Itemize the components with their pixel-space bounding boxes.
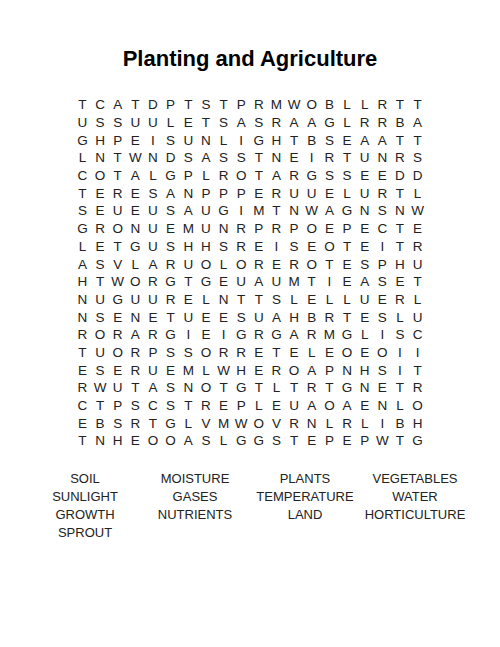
grid-cell[interactable]: O: [127, 273, 145, 291]
grid-cell[interactable]: R: [409, 238, 427, 256]
grid-cell[interactable]: N: [356, 379, 374, 397]
grid-cell[interactable]: P: [162, 96, 180, 114]
grid-cell[interactable]: H: [409, 414, 427, 432]
grid-cell[interactable]: P: [250, 220, 268, 238]
grid-cell[interactable]: S: [409, 149, 427, 167]
grid-cell[interactable]: T: [127, 96, 145, 114]
grid-cell[interactable]: T: [391, 184, 409, 202]
grid-cell[interactable]: G: [127, 238, 145, 256]
grid-cell[interactable]: U: [268, 273, 286, 291]
grid-cell[interactable]: T: [391, 379, 409, 397]
grid-cell[interactable]: E: [373, 167, 391, 185]
grid-cell[interactable]: G: [232, 379, 250, 397]
grid-cell[interactable]: N: [74, 308, 92, 326]
grid-cell[interactable]: O: [338, 344, 356, 362]
grid-cell[interactable]: R: [285, 414, 303, 432]
grid-cell[interactable]: S: [391, 326, 409, 344]
grid-cell[interactable]: H: [74, 273, 92, 291]
grid-cell[interactable]: A: [162, 184, 180, 202]
grid-cell[interactable]: G: [162, 167, 180, 185]
grid-cell[interactable]: O: [409, 397, 427, 415]
grid-cell[interactable]: O: [197, 255, 215, 273]
grid-cell[interactable]: W: [232, 414, 250, 432]
grid-cell[interactable]: E: [127, 184, 145, 202]
grid-cell[interactable]: G: [232, 326, 250, 344]
grid-cell[interactable]: R: [162, 255, 180, 273]
grid-cell[interactable]: H: [285, 308, 303, 326]
grid-cell[interactable]: R: [391, 291, 409, 309]
grid-cell[interactable]: A: [373, 131, 391, 149]
grid-cell[interactable]: M: [268, 96, 286, 114]
grid-cell[interactable]: U: [356, 291, 374, 309]
grid-cell[interactable]: R: [162, 291, 180, 309]
grid-cell[interactable]: R: [321, 149, 339, 167]
grid-cell[interactable]: P: [144, 344, 162, 362]
grid-cell[interactable]: A: [127, 167, 145, 185]
grid-cell[interactable]: O: [321, 397, 339, 415]
grid-cell[interactable]: T: [321, 379, 339, 397]
grid-cell[interactable]: T: [250, 167, 268, 185]
grid-cell[interactable]: P: [109, 131, 127, 149]
grid-cell[interactable]: N: [215, 220, 233, 238]
grid-cell[interactable]: S: [179, 344, 197, 362]
grid-cell[interactable]: T: [91, 397, 109, 415]
grid-cell[interactable]: L: [74, 238, 92, 256]
grid-cell[interactable]: R: [215, 167, 233, 185]
grid-cell[interactable]: O: [303, 96, 321, 114]
grid-cell[interactable]: T: [250, 379, 268, 397]
grid-cell[interactable]: I: [321, 273, 339, 291]
grid-cell[interactable]: U: [144, 291, 162, 309]
grid-cell[interactable]: E: [215, 308, 233, 326]
grid-cell[interactable]: S: [232, 308, 250, 326]
grid-cell[interactable]: S: [91, 361, 109, 379]
grid-cell[interactable]: E: [356, 308, 374, 326]
grid-cell[interactable]: O: [162, 432, 180, 450]
grid-cell[interactable]: S: [321, 167, 339, 185]
grid-cell[interactable]: G: [338, 202, 356, 220]
grid-cell[interactable]: R: [74, 326, 92, 344]
grid-cell[interactable]: I: [391, 344, 409, 362]
grid-cell[interactable]: S: [373, 202, 391, 220]
grid-cell[interactable]: R: [215, 344, 233, 362]
grid-cell[interactable]: H: [268, 131, 286, 149]
grid-cell[interactable]: L: [391, 308, 409, 326]
grid-cell[interactable]: O: [91, 167, 109, 185]
grid-cell[interactable]: R: [197, 397, 215, 415]
grid-cell[interactable]: O: [285, 361, 303, 379]
grid-cell[interactable]: S: [162, 131, 180, 149]
grid-cell[interactable]: G: [109, 291, 127, 309]
grid-cell[interactable]: L: [356, 326, 374, 344]
grid-cell[interactable]: A: [179, 432, 197, 450]
grid-cell[interactable]: E: [144, 308, 162, 326]
grid-cell[interactable]: V: [109, 255, 127, 273]
grid-cell[interactable]: L: [338, 114, 356, 132]
grid-cell[interactable]: E: [179, 291, 197, 309]
grid-cell[interactable]: E: [215, 397, 233, 415]
grid-cell[interactable]: T: [285, 131, 303, 149]
grid-cell[interactable]: P: [109, 397, 127, 415]
grid-cell[interactable]: L: [409, 184, 427, 202]
grid-cell[interactable]: S: [144, 184, 162, 202]
grid-cell[interactable]: E: [162, 361, 180, 379]
grid-cell[interactable]: T: [268, 202, 286, 220]
grid-cell[interactable]: R: [356, 114, 374, 132]
grid-cell[interactable]: T: [179, 397, 197, 415]
grid-cell[interactable]: N: [356, 202, 374, 220]
grid-cell[interactable]: P: [321, 432, 339, 450]
grid-cell[interactable]: I: [373, 326, 391, 344]
grid-cell[interactable]: A: [268, 308, 286, 326]
grid-cell[interactable]: S: [250, 114, 268, 132]
grid-cell[interactable]: T: [74, 184, 92, 202]
grid-cell[interactable]: E: [356, 220, 374, 238]
grid-cell[interactable]: R: [373, 114, 391, 132]
grid-cell[interactable]: N: [91, 432, 109, 450]
grid-cell[interactable]: H: [197, 238, 215, 256]
grid-cell[interactable]: S: [232, 149, 250, 167]
grid-cell[interactable]: P: [197, 184, 215, 202]
grid-cell[interactable]: H: [91, 131, 109, 149]
grid-cell[interactable]: R: [268, 220, 286, 238]
grid-cell[interactable]: L: [321, 414, 339, 432]
grid-cell[interactable]: T: [127, 379, 145, 397]
grid-cell[interactable]: T: [409, 131, 427, 149]
grid-cell[interactable]: G: [338, 326, 356, 344]
grid-cell[interactable]: A: [268, 167, 286, 185]
grid-cell[interactable]: L: [321, 291, 339, 309]
grid-cell[interactable]: E: [250, 184, 268, 202]
grid-cell[interactable]: U: [179, 131, 197, 149]
grid-cell[interactable]: W: [285, 96, 303, 114]
grid-cell[interactable]: H: [356, 361, 374, 379]
grid-cell[interactable]: W: [409, 202, 427, 220]
grid-cell[interactable]: T: [391, 238, 409, 256]
grid-cell[interactable]: I: [232, 202, 250, 220]
grid-cell[interactable]: O: [144, 432, 162, 450]
grid-cell[interactable]: U: [179, 308, 197, 326]
grid-cell[interactable]: P: [356, 432, 374, 450]
grid-cell[interactable]: U: [144, 114, 162, 132]
grid-cell[interactable]: E: [109, 308, 127, 326]
grid-cell[interactable]: M: [321, 326, 339, 344]
grid-cell[interactable]: E: [338, 255, 356, 273]
grid-cell[interactable]: V: [197, 414, 215, 432]
grid-cell[interactable]: E: [338, 432, 356, 450]
grid-cell[interactable]: U: [144, 220, 162, 238]
grid-cell[interactable]: T: [268, 344, 286, 362]
grid-cell[interactable]: O: [197, 344, 215, 362]
grid-cell[interactable]: R: [391, 149, 409, 167]
grid-cell[interactable]: B: [391, 414, 409, 432]
grid-cell[interactable]: U: [127, 114, 145, 132]
grid-cell[interactable]: M: [285, 273, 303, 291]
grid-cell[interactable]: T: [91, 273, 109, 291]
grid-cell[interactable]: L: [409, 291, 427, 309]
grid-cell[interactable]: O: [321, 238, 339, 256]
grid-cell[interactable]: G: [250, 131, 268, 149]
grid-cell[interactable]: B: [391, 114, 409, 132]
grid-cell[interactable]: H: [109, 432, 127, 450]
grid-cell[interactable]: E: [250, 238, 268, 256]
grid-cell[interactable]: U: [356, 149, 374, 167]
grid-cell[interactable]: M: [179, 220, 197, 238]
grid-cell[interactable]: G: [162, 414, 180, 432]
grid-cell[interactable]: T: [215, 379, 233, 397]
grid-cell[interactable]: R: [250, 96, 268, 114]
grid-cell[interactable]: E: [373, 379, 391, 397]
grid-cell[interactable]: H: [391, 255, 409, 273]
grid-cell[interactable]: T: [409, 361, 427, 379]
grid-cell[interactable]: R: [250, 255, 268, 273]
grid-cell[interactable]: N: [268, 149, 286, 167]
grid-cell[interactable]: T: [285, 379, 303, 397]
grid-cell[interactable]: S: [197, 432, 215, 450]
grid-cell[interactable]: C: [409, 326, 427, 344]
grid-cell[interactable]: A: [250, 273, 268, 291]
grid-cell[interactable]: R: [268, 114, 286, 132]
grid-cell[interactable]: T: [338, 308, 356, 326]
grid-cell[interactable]: L: [391, 397, 409, 415]
grid-cell[interactable]: A: [356, 273, 374, 291]
grid-cell[interactable]: T: [109, 167, 127, 185]
grid-cell[interactable]: E: [91, 238, 109, 256]
grid-cell[interactable]: I: [409, 344, 427, 362]
grid-cell[interactable]: R: [250, 326, 268, 344]
grid-cell[interactable]: D: [391, 167, 409, 185]
grid-cell[interactable]: U: [91, 291, 109, 309]
grid-cell[interactable]: P: [232, 184, 250, 202]
grid-cell[interactable]: E: [127, 202, 145, 220]
grid-cell[interactable]: S: [109, 114, 127, 132]
grid-cell[interactable]: G: [74, 131, 92, 149]
grid-cell[interactable]: R: [285, 255, 303, 273]
grid-cell[interactable]: N: [127, 220, 145, 238]
grid-cell[interactable]: E: [409, 220, 427, 238]
grid-cell[interactable]: S: [127, 397, 145, 415]
grid-cell[interactable]: U: [179, 255, 197, 273]
grid-cell[interactable]: M: [179, 361, 197, 379]
grid-cell[interactable]: S: [373, 308, 391, 326]
grid-cell[interactable]: T: [162, 308, 180, 326]
grid-cell[interactable]: A: [321, 202, 339, 220]
grid-cell[interactable]: S: [162, 379, 180, 397]
grid-cell[interactable]: T: [215, 96, 233, 114]
grid-cell[interactable]: R: [144, 273, 162, 291]
grid-cell[interactable]: S: [215, 114, 233, 132]
grid-cell[interactable]: B: [91, 414, 109, 432]
grid-cell[interactable]: S: [285, 238, 303, 256]
grid-cell[interactable]: L: [338, 291, 356, 309]
grid-cell[interactable]: R: [127, 344, 145, 362]
grid-cell[interactable]: P: [285, 220, 303, 238]
grid-cell[interactable]: S: [321, 131, 339, 149]
grid-cell[interactable]: R: [144, 326, 162, 344]
grid-cell[interactable]: E: [338, 273, 356, 291]
grid-cell[interactable]: I: [179, 326, 197, 344]
grid-cell[interactable]: E: [91, 202, 109, 220]
grid-cell[interactable]: T: [250, 149, 268, 167]
grid-cell[interactable]: N: [179, 379, 197, 397]
grid-cell[interactable]: N: [91, 149, 109, 167]
grid-cell[interactable]: I: [391, 361, 409, 379]
grid-cell[interactable]: O: [232, 167, 250, 185]
grid-cell[interactable]: R: [373, 184, 391, 202]
grid-cell[interactable]: C: [91, 96, 109, 114]
grid-cell[interactable]: S: [162, 238, 180, 256]
grid-cell[interactable]: T: [144, 414, 162, 432]
grid-cell[interactable]: L: [127, 255, 145, 273]
grid-cell[interactable]: D: [144, 96, 162, 114]
grid-cell[interactable]: N: [373, 397, 391, 415]
grid-cell[interactable]: C: [373, 220, 391, 238]
grid-cell[interactable]: E: [109, 361, 127, 379]
grid-cell[interactable]: R: [409, 379, 427, 397]
grid-cell[interactable]: A: [409, 114, 427, 132]
grid-cell[interactable]: O: [91, 326, 109, 344]
grid-cell[interactable]: R: [127, 414, 145, 432]
grid-cell[interactable]: R: [91, 220, 109, 238]
grid-cell[interactable]: E: [127, 131, 145, 149]
grid-cell[interactable]: R: [232, 344, 250, 362]
grid-cell[interactable]: H: [179, 238, 197, 256]
grid-cell[interactable]: A: [303, 114, 321, 132]
grid-cell[interactable]: A: [356, 131, 374, 149]
grid-cell[interactable]: A: [285, 114, 303, 132]
grid-cell[interactable]: E: [373, 291, 391, 309]
grid-cell[interactable]: R: [285, 167, 303, 185]
grid-cell[interactable]: T: [338, 149, 356, 167]
grid-cell[interactable]: W: [109, 273, 127, 291]
grid-cell[interactable]: T: [179, 96, 197, 114]
grid-cell[interactable]: S: [373, 273, 391, 291]
grid-cell[interactable]: U: [250, 308, 268, 326]
grid-cell[interactable]: T: [391, 131, 409, 149]
grid-cell[interactable]: R: [109, 326, 127, 344]
grid-cell[interactable]: T: [179, 273, 197, 291]
grid-cell[interactable]: R: [268, 184, 286, 202]
grid-cell[interactable]: N: [373, 149, 391, 167]
grid-cell[interactable]: P: [179, 167, 197, 185]
grid-cell[interactable]: E: [338, 131, 356, 149]
grid-cell[interactable]: E: [356, 397, 374, 415]
grid-cell[interactable]: L: [179, 414, 197, 432]
grid-cell[interactable]: N: [127, 308, 145, 326]
grid-cell[interactable]: S: [162, 344, 180, 362]
grid-cell[interactable]: T: [409, 273, 427, 291]
grid-cell[interactable]: R: [127, 361, 145, 379]
grid-cell[interactable]: N: [391, 202, 409, 220]
grid-cell[interactable]: E: [391, 273, 409, 291]
grid-cell[interactable]: O: [197, 379, 215, 397]
grid-cell[interactable]: R: [232, 220, 250, 238]
grid-cell[interactable]: E: [321, 184, 339, 202]
grid-cell[interactable]: L: [338, 96, 356, 114]
grid-cell[interactable]: E: [356, 238, 374, 256]
grid-cell[interactable]: A: [303, 361, 321, 379]
grid-cell[interactable]: U: [409, 255, 427, 273]
grid-cell[interactable]: A: [109, 96, 127, 114]
grid-cell[interactable]: E: [127, 432, 145, 450]
grid-cell[interactable]: O: [373, 344, 391, 362]
grid-cell[interactable]: A: [338, 397, 356, 415]
grid-cell[interactable]: G: [321, 114, 339, 132]
grid-cell[interactable]: R: [338, 414, 356, 432]
grid-cell[interactable]: L: [215, 131, 233, 149]
grid-cell[interactable]: W: [127, 149, 145, 167]
grid-cell[interactable]: T: [391, 220, 409, 238]
grid-cell[interactable]: P: [232, 397, 250, 415]
grid-cell[interactable]: E: [303, 238, 321, 256]
grid-cell[interactable]: G: [250, 432, 268, 450]
grid-cell[interactable]: G: [197, 273, 215, 291]
grid-cell[interactable]: S: [215, 149, 233, 167]
grid-cell[interactable]: H: [232, 361, 250, 379]
grid-cell[interactable]: R: [74, 379, 92, 397]
grid-cell[interactable]: E: [303, 432, 321, 450]
grid-cell[interactable]: U: [109, 379, 127, 397]
grid-cell[interactable]: R: [321, 308, 339, 326]
grid-cell[interactable]: E: [74, 414, 92, 432]
grid-cell[interactable]: T: [232, 291, 250, 309]
grid-cell[interactable]: T: [285, 432, 303, 450]
grid-cell[interactable]: T: [74, 96, 92, 114]
grid-cell[interactable]: L: [215, 255, 233, 273]
grid-cell[interactable]: A: [127, 326, 145, 344]
grid-cell[interactable]: O: [303, 255, 321, 273]
grid-cell[interactable]: T: [321, 255, 339, 273]
grid-cell[interactable]: W: [215, 361, 233, 379]
grid-cell[interactable]: E: [215, 273, 233, 291]
grid-cell[interactable]: E: [197, 308, 215, 326]
grid-cell[interactable]: E: [162, 220, 180, 238]
grid-cell[interactable]: T: [109, 149, 127, 167]
grid-cell[interactable]: S: [179, 149, 197, 167]
grid-cell[interactable]: L: [197, 167, 215, 185]
grid-cell[interactable]: L: [356, 414, 374, 432]
grid-cell[interactable]: T: [338, 238, 356, 256]
grid-cell[interactable]: U: [144, 361, 162, 379]
grid-cell[interactable]: N: [197, 131, 215, 149]
grid-cell[interactable]: N: [144, 149, 162, 167]
grid-cell[interactable]: S: [162, 202, 180, 220]
grid-cell[interactable]: E: [321, 344, 339, 362]
grid-cell[interactable]: S: [162, 397, 180, 415]
grid-cell[interactable]: E: [91, 184, 109, 202]
grid-cell[interactable]: U: [409, 308, 427, 326]
grid-cell[interactable]: E: [197, 326, 215, 344]
grid-cell[interactable]: R: [373, 96, 391, 114]
grid-cell[interactable]: M: [215, 414, 233, 432]
grid-cell[interactable]: C: [74, 167, 92, 185]
grid-cell[interactable]: N: [179, 184, 197, 202]
grid-cell[interactable]: B: [303, 131, 321, 149]
grid-cell[interactable]: A: [303, 397, 321, 415]
grid-cell[interactable]: U: [127, 291, 145, 309]
grid-cell[interactable]: A: [179, 202, 197, 220]
grid-cell[interactable]: U: [197, 220, 215, 238]
grid-cell[interactable]: E: [268, 397, 286, 415]
grid-cell[interactable]: E: [285, 149, 303, 167]
grid-cell[interactable]: A: [74, 255, 92, 273]
grid-cell[interactable]: A: [197, 149, 215, 167]
grid-cell[interactable]: E: [303, 291, 321, 309]
grid-cell[interactable]: N: [338, 361, 356, 379]
grid-cell[interactable]: O: [109, 220, 127, 238]
grid-cell[interactable]: L: [250, 397, 268, 415]
grid-cell[interactable]: P: [232, 96, 250, 114]
